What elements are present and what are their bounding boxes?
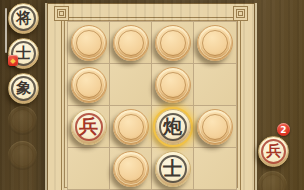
- board-cell-r3c2[interactable]: [110, 106, 152, 148]
- board-cell-r3c4[interactable]: [194, 106, 236, 148]
- board-cell-r2c3[interactable]: [152, 64, 194, 106]
- face-down-piece[interactable]: [71, 25, 107, 61]
- corner-ornament-icon: [54, 6, 69, 21]
- tray-piece-将: 将: [8, 3, 39, 34]
- face-down-piece[interactable]: [197, 109, 233, 145]
- board-cell-r4c1[interactable]: [68, 148, 110, 190]
- face-down-piece[interactable]: [113, 151, 149, 187]
- face-down-piece[interactable]: [155, 25, 191, 61]
- face-down-piece[interactable]: [71, 67, 107, 103]
- board-cell-r3c3[interactable]: 炮: [152, 106, 194, 148]
- face-down-piece[interactable]: [197, 25, 233, 61]
- tray-piece-象: 象: [8, 73, 39, 104]
- board-cell-r4c4[interactable]: [194, 148, 236, 190]
- red-piece-兵[interactable]: 兵: [71, 109, 107, 145]
- tray-ghost-slot: [8, 106, 37, 135]
- board-cell-r3c1[interactable]: 兵: [68, 106, 110, 148]
- face-down-piece[interactable]: [113, 109, 149, 145]
- black-piece-炮-selected[interactable]: 炮: [155, 109, 191, 145]
- face-down-piece[interactable]: [155, 67, 191, 103]
- game-screen: 兵炮士 将士象 兵 ◆ 2: [0, 0, 304, 190]
- board-cell-r2c2[interactable]: [110, 64, 152, 106]
- board-cell-r4c3[interactable]: 士: [152, 148, 194, 190]
- corner-ornament-icon: [233, 6, 248, 21]
- board-cell-r1c3[interactable]: [152, 22, 194, 64]
- board-cell-r1c4[interactable]: [194, 22, 236, 64]
- board-grid: 兵炮士: [67, 21, 237, 190]
- marker-badge: ◆: [8, 55, 18, 66]
- board-cell-r1c2[interactable]: [110, 22, 152, 64]
- board: 兵炮士: [47, 3, 255, 190]
- board-cell-r2c4[interactable]: [194, 64, 236, 106]
- board-cell-r1c1[interactable]: [68, 22, 110, 64]
- tray-scrollbar[interactable]: [5, 8, 7, 53]
- board-cell-r2c1[interactable]: [68, 64, 110, 106]
- face-down-piece[interactable]: [113, 25, 149, 61]
- tray-ghost-slot: [8, 141, 37, 170]
- board-cell-r4c2[interactable]: [110, 148, 152, 190]
- black-piece-士[interactable]: 士: [155, 151, 191, 187]
- tray-ghost-slot: [258, 171, 287, 190]
- count-badge: 2: [277, 123, 290, 136]
- tray-piece-兵: 兵: [258, 136, 289, 167]
